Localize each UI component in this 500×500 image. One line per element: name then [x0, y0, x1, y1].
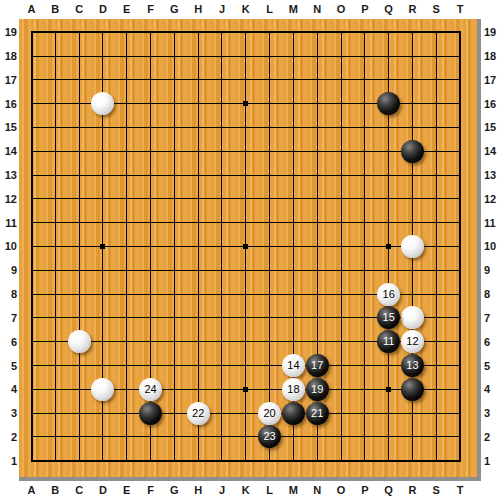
- move-number: 19: [311, 384, 323, 395]
- move-number: 23: [263, 431, 275, 442]
- grid-line-horizontal: [31, 460, 462, 462]
- star-point: [386, 244, 391, 249]
- coord-label-top: H: [190, 2, 206, 16]
- move-number: 16: [383, 289, 395, 300]
- stone-white[interactable]: 20: [258, 402, 281, 425]
- coord-label-left: 12: [0, 192, 17, 206]
- stone-white[interactable]: 24: [139, 378, 162, 401]
- coord-label-right: 14: [484, 144, 500, 158]
- move-number: 24: [144, 384, 156, 395]
- coord-label-left: 3: [0, 406, 17, 420]
- coord-label-top: Q: [381, 2, 397, 16]
- coord-label-bottom: O: [333, 483, 349, 497]
- coord-label-bottom: A: [24, 483, 40, 497]
- star-point: [243, 387, 248, 392]
- coord-label-bottom: Q: [381, 483, 397, 497]
- coord-label-bottom: H: [190, 483, 206, 497]
- coord-label-left: 14: [0, 144, 17, 158]
- coord-label-left: 11: [0, 216, 17, 230]
- move-number: 18: [287, 384, 299, 395]
- move-number: 15: [383, 312, 395, 323]
- coord-label-top: E: [119, 2, 135, 16]
- star-point: [243, 101, 248, 106]
- coord-label-right: 5: [484, 359, 500, 373]
- coord-label-left: 19: [0, 25, 17, 39]
- stone-white[interactable]: 14: [282, 354, 305, 377]
- coord-label-left: 2: [0, 430, 17, 444]
- coord-label-bottom: C: [71, 483, 87, 497]
- move-number: 13: [406, 360, 418, 371]
- coord-label-top: K: [238, 2, 254, 16]
- coord-label-bottom: J: [214, 483, 230, 497]
- coord-label-left: 4: [0, 382, 17, 396]
- coord-label-top: D: [95, 2, 111, 16]
- coord-label-bottom: B: [47, 483, 63, 497]
- coord-label-bottom: K: [238, 483, 254, 497]
- stone-white[interactable]: [91, 92, 114, 115]
- grid-line-vertical: [269, 31, 270, 462]
- coord-label-top: A: [24, 2, 40, 16]
- coord-label-bottom: N: [309, 483, 325, 497]
- coord-label-left: 1: [0, 454, 17, 468]
- move-number: 17: [311, 360, 323, 371]
- stone-black[interactable]: [377, 92, 400, 115]
- stone-black[interactable]: 13: [401, 354, 424, 377]
- go-board-viewer: 1112131415161718192021222324 AABBCCDDEEF…: [0, 0, 500, 500]
- stone-black[interactable]: [401, 140, 424, 163]
- coord-label-right: 1: [484, 454, 500, 468]
- coord-label-top: C: [71, 2, 87, 16]
- board-grid: 1112131415161718192021222324: [0, 0, 500, 500]
- star-point: [386, 387, 391, 392]
- coord-label-bottom: R: [404, 483, 420, 497]
- coord-label-right: 18: [484, 49, 500, 63]
- coord-label-right: 6: [484, 335, 500, 349]
- coord-label-bottom: P: [357, 483, 373, 497]
- stone-white[interactable]: 12: [401, 330, 424, 353]
- coord-label-left: 18: [0, 49, 17, 63]
- coord-label-left: 13: [0, 168, 17, 182]
- coord-label-right: 2: [484, 430, 500, 444]
- coord-label-bottom: D: [95, 483, 111, 497]
- grid-line-horizontal: [31, 413, 462, 414]
- coord-label-top: N: [309, 2, 325, 16]
- move-number: 20: [263, 408, 275, 419]
- stone-black[interactable]: 19: [306, 378, 329, 401]
- coord-label-top: O: [333, 2, 349, 16]
- coord-label-right: 12: [484, 192, 500, 206]
- coord-label-left: 7: [0, 311, 17, 325]
- coord-label-left: 10: [0, 239, 17, 253]
- coord-label-right: 16: [484, 97, 500, 111]
- coord-label-right: 3: [484, 406, 500, 420]
- stone-black[interactable]: 15: [377, 306, 400, 329]
- stone-white[interactable]: [68, 330, 91, 353]
- stone-white[interactable]: 18: [282, 378, 305, 401]
- stone-white[interactable]: 22: [187, 402, 210, 425]
- coord-label-top: G: [166, 2, 182, 16]
- coord-label-right: 11: [484, 216, 500, 230]
- stone-white[interactable]: [401, 306, 424, 329]
- coord-label-bottom: T: [452, 483, 468, 497]
- grid-line-vertical: [436, 31, 437, 462]
- stone-black[interactable]: 23: [258, 425, 281, 448]
- coord-label-top: B: [47, 2, 63, 16]
- coord-label-top: S: [428, 2, 444, 16]
- coord-label-bottom: G: [166, 483, 182, 497]
- stone-black[interactable]: [401, 378, 424, 401]
- stone-white[interactable]: [401, 235, 424, 258]
- coord-label-bottom: F: [143, 483, 159, 497]
- coord-label-right: 4: [484, 382, 500, 396]
- move-number: 12: [406, 336, 418, 347]
- coord-label-top: R: [404, 2, 420, 16]
- grid-line-horizontal: [31, 436, 462, 437]
- coord-label-left: 8: [0, 287, 17, 301]
- coord-label-left: 6: [0, 335, 17, 349]
- coord-label-right: 9: [484, 263, 500, 277]
- grid-line-horizontal: [31, 270, 462, 271]
- coord-label-right: 7: [484, 311, 500, 325]
- stone-black[interactable]: [282, 402, 305, 425]
- coord-label-right: 15: [484, 120, 500, 134]
- coord-label-top: M: [285, 2, 301, 16]
- coord-label-right: 10: [484, 239, 500, 253]
- stone-black[interactable]: 11: [377, 330, 400, 353]
- stone-white[interactable]: [91, 378, 114, 401]
- coord-label-bottom: L: [262, 483, 278, 497]
- coord-label-top: F: [143, 2, 159, 16]
- coord-label-left: 16: [0, 97, 17, 111]
- stone-black[interactable]: 21: [306, 402, 329, 425]
- coord-label-right: 8: [484, 287, 500, 301]
- grid-line-vertical: [364, 31, 365, 462]
- coord-label-right: 19: [484, 25, 500, 39]
- stone-black[interactable]: 17: [306, 354, 329, 377]
- coord-label-left: 5: [0, 359, 17, 373]
- star-point: [243, 244, 248, 249]
- coord-label-left: 9: [0, 263, 17, 277]
- move-number: 21: [311, 408, 323, 419]
- coord-label-top: P: [357, 2, 373, 16]
- star-point: [100, 244, 105, 249]
- coord-label-right: 13: [484, 168, 500, 182]
- coord-label-top: L: [262, 2, 278, 16]
- coord-label-left: 15: [0, 120, 17, 134]
- coord-label-bottom: M: [285, 483, 301, 497]
- grid-line-vertical: [459, 31, 461, 462]
- stone-white[interactable]: 16: [377, 283, 400, 306]
- coord-label-top: J: [214, 2, 230, 16]
- coord-label-bottom: S: [428, 483, 444, 497]
- coord-label-bottom: E: [119, 483, 135, 497]
- coord-label-top: T: [452, 2, 468, 16]
- coord-label-left: 17: [0, 73, 17, 87]
- coord-label-right: 17: [484, 73, 500, 87]
- stone-black[interactable]: [139, 402, 162, 425]
- grid-line-horizontal: [31, 365, 462, 366]
- grid-line-vertical: [341, 31, 342, 462]
- move-number: 11: [383, 336, 394, 347]
- move-number: 22: [192, 408, 204, 419]
- move-number: 14: [287, 360, 299, 371]
